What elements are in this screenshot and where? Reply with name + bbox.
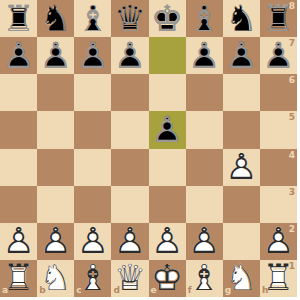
square-a6[interactable] — [0, 74, 37, 111]
piece-black-pawn[interactable]: ♟♙ — [149, 111, 186, 148]
square-h6[interactable]: 6 — [260, 74, 297, 111]
square-b7[interactable]: ♟♙ — [37, 37, 74, 74]
black-bishop-outline-icon: ♗ — [188, 1, 220, 37]
square-d1[interactable]: ♛♕d — [111, 260, 148, 297]
piece-white-pawn[interactable]: ♟♙ — [186, 223, 223, 260]
square-g2[interactable] — [223, 223, 260, 260]
piece-white-pawn[interactable]: ♟♙ — [149, 223, 186, 260]
piece-white-bishop[interactable]: ♝♗ — [186, 260, 223, 297]
square-c3[interactable] — [74, 186, 111, 223]
black-knight-outline-icon: ♘ — [40, 1, 72, 37]
black-pawn-icon: ♟ — [225, 38, 257, 74]
black-pawn-outline-icon: ♙ — [77, 38, 109, 74]
white-bishop-outline-icon: ♗ — [77, 260, 109, 296]
piece-black-queen[interactable]: ♛♕ — [111, 0, 148, 37]
square-a2[interactable]: ♟♙ — [0, 223, 37, 260]
piece-white-bishop[interactable]: ♝♗ — [74, 260, 111, 297]
piece-white-pawn[interactable]: ♟♙ — [223, 149, 260, 186]
square-f8[interactable]: ♝♗ — [186, 0, 223, 37]
square-a7[interactable]: ♟♙ — [0, 37, 37, 74]
coord-rank-6: 6 — [289, 76, 295, 85]
piece-black-pawn[interactable]: ♟♙ — [0, 37, 37, 74]
piece-white-pawn[interactable]: ♟♙ — [74, 223, 111, 260]
black-knight-icon: ♞ — [40, 1, 72, 37]
white-pawn-outline-icon: ♙ — [188, 223, 220, 259]
piece-black-pawn[interactable]: ♟♙ — [111, 37, 148, 74]
black-queen-icon: ♛ — [114, 1, 146, 37]
square-b3[interactable] — [37, 186, 74, 223]
black-rook-icon: ♜ — [2, 1, 34, 37]
square-a3[interactable] — [0, 186, 37, 223]
white-knight-outline-icon: ♘ — [40, 260, 72, 296]
black-king-outline-icon: ♔ — [151, 1, 183, 37]
white-king-outline-icon: ♔ — [151, 260, 183, 296]
square-d5[interactable] — [111, 111, 148, 148]
square-b1[interactable]: ♞♘b — [37, 260, 74, 297]
piece-black-pawn[interactable]: ♟♙ — [260, 37, 297, 74]
square-g8[interactable]: ♞♘ — [223, 0, 260, 37]
black-bishop-outline-icon: ♗ — [77, 1, 109, 37]
black-pawn-outline-icon: ♙ — [40, 38, 72, 74]
white-knight-icon: ♞ — [225, 260, 257, 296]
black-pawn-icon: ♟ — [77, 38, 109, 74]
black-knight-icon: ♞ — [225, 1, 257, 37]
black-knight-outline-icon: ♘ — [225, 1, 257, 37]
piece-black-rook[interactable]: ♜♖ — [260, 0, 297, 37]
piece-black-knight[interactable]: ♞♘ — [223, 0, 260, 37]
square-g3[interactable] — [223, 186, 260, 223]
black-pawn-outline-icon: ♙ — [151, 112, 183, 148]
square-c1[interactable]: ♝♗c — [74, 260, 111, 297]
square-c5[interactable] — [74, 111, 111, 148]
white-queen-icon: ♛ — [114, 260, 146, 296]
black-pawn-icon: ♟ — [2, 38, 34, 74]
white-pawn-outline-icon: ♙ — [262, 223, 294, 259]
square-f5[interactable] — [186, 111, 223, 148]
piece-white-king[interactable]: ♚♔ — [149, 260, 186, 297]
square-e4[interactable] — [149, 149, 186, 186]
square-f2[interactable]: ♟♙ — [186, 223, 223, 260]
square-e7[interactable] — [149, 37, 186, 74]
piece-black-bishop[interactable]: ♝♗ — [74, 0, 111, 37]
white-pawn-icon: ♟ — [188, 223, 220, 259]
white-bishop-outline-icon: ♗ — [188, 260, 220, 296]
black-rook-outline-icon: ♖ — [262, 1, 294, 37]
chess-board: ♜♖♞♘♝♗♛♕♚♔♝♗♞♘♜♖8♟♙♟♙♟♙♟♙♟♙♟♙♟♙76♟♙5♟♙43… — [0, 0, 297, 297]
black-queen-outline-icon: ♕ — [114, 1, 146, 37]
piece-white-pawn[interactable]: ♟♙ — [111, 223, 148, 260]
white-pawn-icon: ♟ — [77, 223, 109, 259]
square-c6[interactable] — [74, 74, 111, 111]
white-pawn-outline-icon: ♙ — [77, 223, 109, 259]
square-d3[interactable] — [111, 186, 148, 223]
square-h8[interactable]: ♜♖8 — [260, 0, 297, 37]
white-rook-icon: ♜ — [262, 260, 294, 296]
piece-white-knight[interactable]: ♞♘ — [37, 260, 74, 297]
black-rook-outline-icon: ♖ — [2, 1, 34, 37]
piece-black-rook[interactable]: ♜♖ — [0, 0, 37, 37]
black-pawn-outline-icon: ♙ — [188, 38, 220, 74]
black-pawn-icon: ♟ — [151, 112, 183, 148]
square-a5[interactable] — [0, 111, 37, 148]
coord-rank-5: 5 — [289, 113, 295, 122]
black-pawn-outline-icon: ♙ — [262, 38, 294, 74]
piece-white-pawn[interactable]: ♟♙ — [37, 223, 74, 260]
black-bishop-icon: ♝ — [77, 1, 109, 37]
black-bishop-icon: ♝ — [188, 1, 220, 37]
square-h2[interactable]: ♟♙2 — [260, 223, 297, 260]
white-pawn-outline-icon: ♙ — [2, 223, 34, 259]
piece-black-pawn[interactable]: ♟♙ — [223, 37, 260, 74]
piece-white-queen[interactable]: ♛♕ — [111, 260, 148, 297]
piece-white-rook[interactable]: ♜♖ — [0, 260, 37, 297]
piece-black-pawn[interactable]: ♟♙ — [37, 37, 74, 74]
square-d7[interactable]: ♟♙ — [111, 37, 148, 74]
coord-rank-4: 4 — [289, 151, 295, 160]
square-h3[interactable]: 3 — [260, 186, 297, 223]
square-g5[interactable] — [223, 111, 260, 148]
square-c7[interactable]: ♟♙ — [74, 37, 111, 74]
white-bishop-icon: ♝ — [77, 260, 109, 296]
black-pawn-outline-icon: ♙ — [2, 38, 34, 74]
square-c4[interactable] — [74, 149, 111, 186]
square-g4[interactable]: ♟♙ — [223, 149, 260, 186]
white-bishop-icon: ♝ — [188, 260, 220, 296]
black-pawn-icon: ♟ — [40, 38, 72, 74]
square-d2[interactable]: ♟♙ — [111, 223, 148, 260]
piece-black-pawn[interactable]: ♟♙ — [74, 37, 111, 74]
square-h7[interactable]: ♟♙7 — [260, 37, 297, 74]
piece-black-bishop[interactable]: ♝♗ — [186, 0, 223, 37]
square-d6[interactable] — [111, 74, 148, 111]
square-a4[interactable] — [0, 149, 37, 186]
square-e6[interactable] — [149, 74, 186, 111]
black-pawn-icon: ♟ — [262, 38, 294, 74]
square-b5[interactable] — [37, 111, 74, 148]
black-pawn-outline-icon: ♙ — [225, 38, 257, 74]
square-a8[interactable]: ♜♖ — [0, 0, 37, 37]
piece-black-king[interactable]: ♚♔ — [149, 0, 186, 37]
square-f1[interactable]: ♝♗f — [186, 260, 223, 297]
square-e1[interactable]: ♚♔e — [149, 260, 186, 297]
black-pawn-icon: ♟ — [114, 38, 146, 74]
square-f6[interactable] — [186, 74, 223, 111]
square-h4[interactable]: 4 — [260, 149, 297, 186]
piece-white-pawn[interactable]: ♟♙ — [0, 223, 37, 260]
square-b2[interactable]: ♟♙ — [37, 223, 74, 260]
square-d4[interactable] — [111, 149, 148, 186]
white-pawn-icon: ♟ — [225, 149, 257, 185]
square-f3[interactable] — [186, 186, 223, 223]
white-pawn-icon: ♟ — [151, 223, 183, 259]
square-g1[interactable]: ♞♘g — [223, 260, 260, 297]
square-b8[interactable]: ♞♘ — [37, 0, 74, 37]
piece-black-pawn[interactable]: ♟♙ — [186, 37, 223, 74]
square-g6[interactable] — [223, 74, 260, 111]
piece-white-pawn[interactable]: ♟♙ — [260, 223, 297, 260]
square-d8[interactable]: ♛♕ — [111, 0, 148, 37]
piece-black-knight[interactable]: ♞♘ — [37, 0, 74, 37]
square-f4[interactable] — [186, 149, 223, 186]
white-pawn-outline-icon: ♙ — [151, 223, 183, 259]
white-knight-icon: ♞ — [40, 260, 72, 296]
square-e2[interactable]: ♟♙ — [149, 223, 186, 260]
white-pawn-icon: ♟ — [2, 223, 34, 259]
white-knight-outline-icon: ♘ — [225, 260, 257, 296]
black-pawn-icon: ♟ — [188, 38, 220, 74]
white-pawn-outline-icon: ♙ — [225, 149, 257, 185]
square-b6[interactable] — [37, 74, 74, 111]
black-king-icon: ♚ — [151, 1, 183, 37]
piece-white-rook[interactable]: ♜♖ — [260, 260, 297, 297]
piece-white-knight[interactable]: ♞♘ — [223, 260, 260, 297]
square-e8[interactable]: ♚♔ — [149, 0, 186, 37]
square-g7[interactable]: ♟♙ — [223, 37, 260, 74]
square-a1[interactable]: ♜♖a — [0, 260, 37, 297]
white-rook-outline-icon: ♖ — [262, 260, 294, 296]
white-pawn-outline-icon: ♙ — [114, 223, 146, 259]
white-pawn-outline-icon: ♙ — [40, 223, 72, 259]
white-pawn-icon: ♟ — [40, 223, 72, 259]
white-rook-outline-icon: ♖ — [2, 260, 34, 296]
white-pawn-icon: ♟ — [262, 223, 294, 259]
black-rook-icon: ♜ — [262, 1, 294, 37]
white-king-icon: ♚ — [151, 260, 183, 296]
square-b4[interactable] — [37, 149, 74, 186]
white-pawn-icon: ♟ — [114, 223, 146, 259]
coord-rank-3: 3 — [289, 188, 295, 197]
square-c2[interactable]: ♟♙ — [74, 223, 111, 260]
square-e5[interactable]: ♟♙ — [149, 111, 186, 148]
square-c8[interactable]: ♝♗ — [74, 0, 111, 37]
black-pawn-outline-icon: ♙ — [114, 38, 146, 74]
square-e3[interactable] — [149, 186, 186, 223]
square-h1[interactable]: ♜♖1h — [260, 260, 297, 297]
square-h5[interactable]: 5 — [260, 111, 297, 148]
white-rook-icon: ♜ — [2, 260, 34, 296]
square-f7[interactable]: ♟♙ — [186, 37, 223, 74]
white-queen-outline-icon: ♕ — [114, 260, 146, 296]
